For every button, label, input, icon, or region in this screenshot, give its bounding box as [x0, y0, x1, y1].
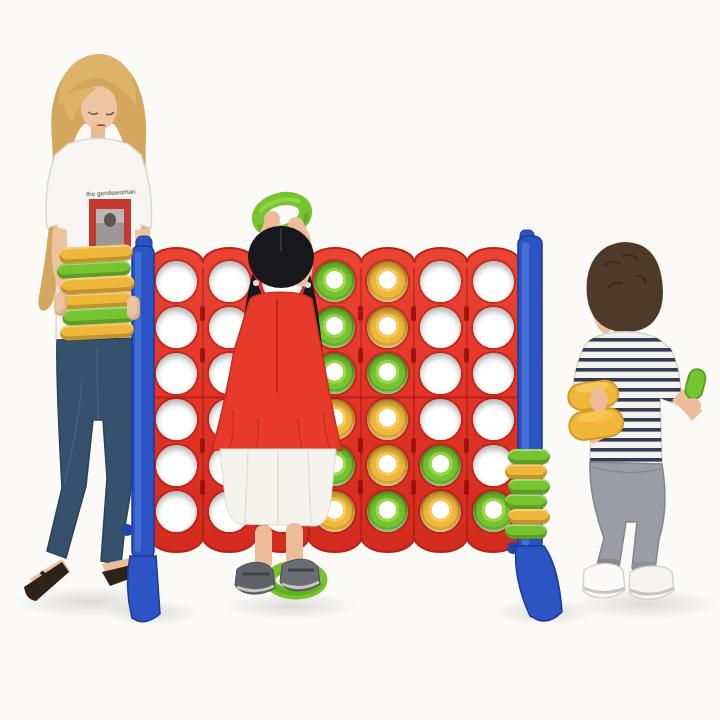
- cell-r5-c5: [361, 442, 414, 488]
- yellow-ring: [367, 399, 408, 440]
- green-ring-side: [508, 479, 550, 494]
- woman-sandal-left: [24, 562, 69, 601]
- woman-hand-left: [54, 292, 67, 316]
- left-lock-knob: [121, 524, 133, 536]
- green-ring: [420, 445, 461, 486]
- empty-hole: [420, 353, 461, 394]
- held-ring-stack: [56, 244, 135, 341]
- green-ring: [367, 491, 408, 532]
- cell-r6-c5: [361, 488, 414, 534]
- cell-r4-c6: [414, 396, 467, 442]
- yellow-ring: [367, 445, 408, 486]
- cell-r6-c6: [414, 488, 467, 534]
- cell-r3-c6: [414, 350, 467, 396]
- cell-r1-c6: [414, 258, 467, 304]
- boy-player: [556, 236, 716, 616]
- cell-r4-c5: [361, 396, 414, 442]
- woman-hand-right: [127, 296, 140, 320]
- storage-ring-stack: [505, 449, 547, 539]
- cell-r2-c6: [414, 304, 467, 350]
- page-background: the gentlewoman: [0, 0, 720, 720]
- boy-held-green-ring: [684, 368, 708, 401]
- empty-hole: [420, 307, 461, 348]
- cell-r1-c5: [361, 258, 414, 304]
- cell-r2-c5: [361, 304, 414, 350]
- cell-r3-c5: [361, 350, 414, 396]
- girl-player: [203, 181, 353, 611]
- boy-pants: [590, 462, 665, 570]
- empty-hole: [420, 399, 461, 440]
- yellow-ring-side: [508, 509, 550, 524]
- yellow-ring: [367, 261, 408, 302]
- left-foot: [127, 556, 160, 622]
- cell-r5-c6: [414, 442, 467, 488]
- green-ring-side: [505, 494, 547, 509]
- yellow-ring-side: [505, 464, 547, 479]
- green-ring: [367, 353, 408, 394]
- empty-hole: [420, 261, 461, 302]
- green-ring-side: [508, 449, 550, 464]
- yellow-ring: [420, 491, 461, 532]
- green-ring-side: [505, 524, 547, 539]
- yellow-ring: [367, 307, 408, 348]
